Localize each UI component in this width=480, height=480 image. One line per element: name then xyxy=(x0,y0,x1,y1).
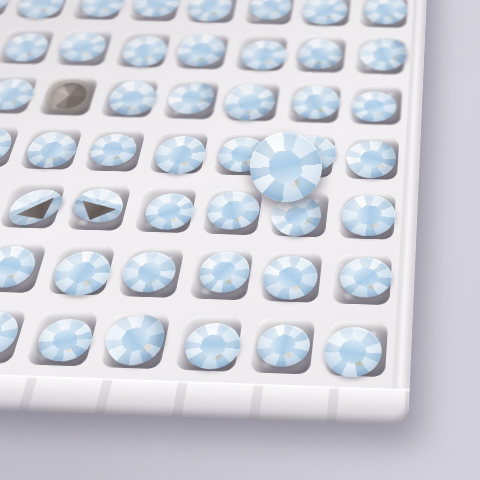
tray-cell xyxy=(26,311,99,367)
rhinestone xyxy=(169,30,233,72)
rhinestone xyxy=(260,255,320,300)
rhinestone xyxy=(141,192,196,230)
tray-cell xyxy=(0,242,47,293)
rhinestone xyxy=(0,33,52,62)
rhinestone xyxy=(195,250,252,293)
tray-cell xyxy=(0,0,15,17)
tray-cell xyxy=(162,80,220,119)
tray-cell xyxy=(84,129,146,172)
rhinestone xyxy=(338,256,393,297)
tray-cell xyxy=(115,31,172,67)
rhinestone xyxy=(77,0,127,17)
tray-cell xyxy=(0,125,20,167)
tray-cell xyxy=(47,245,116,296)
tray-cell xyxy=(129,0,183,22)
rhinestone xyxy=(0,245,40,288)
tray-cell xyxy=(100,313,171,369)
rhinestone xyxy=(48,250,115,296)
tray-cell xyxy=(134,187,197,234)
rhinestone xyxy=(0,0,14,13)
tray-cell xyxy=(350,85,402,125)
rhinestone xyxy=(99,75,166,122)
rhinestone xyxy=(3,182,68,231)
rhinestone xyxy=(352,32,416,76)
rhinestone xyxy=(67,184,131,226)
rhinestone xyxy=(254,323,311,367)
rhinestone xyxy=(151,135,209,174)
tray-grid xyxy=(0,0,416,389)
tray-cell xyxy=(149,131,209,174)
rhinestone xyxy=(0,309,24,357)
tray-cell xyxy=(186,0,239,23)
rhinestone xyxy=(0,78,38,110)
tray-cell xyxy=(71,0,127,20)
photo-scene xyxy=(0,0,480,480)
tray-cell xyxy=(360,0,408,28)
rhinestone xyxy=(55,31,110,62)
rhinestone xyxy=(340,194,397,237)
rhinestone xyxy=(342,136,402,182)
tray-cell xyxy=(118,247,185,298)
rhinestone xyxy=(350,91,397,122)
tray-cell xyxy=(302,0,352,26)
tray-cell xyxy=(332,254,392,305)
tray-cell xyxy=(100,78,159,117)
rhinestone xyxy=(238,40,288,71)
tray-cell xyxy=(295,36,347,73)
tray-cell xyxy=(202,189,263,236)
rhinestone xyxy=(162,76,222,120)
tray-cell xyxy=(0,28,55,64)
tray-cell xyxy=(0,182,66,228)
rhinestone xyxy=(14,0,69,19)
tray-cell xyxy=(55,30,113,66)
tray-cell xyxy=(339,193,396,240)
rhinestone xyxy=(300,0,349,25)
tray-cell xyxy=(287,84,341,124)
tray-cell xyxy=(189,249,254,300)
rhinestone xyxy=(181,322,244,370)
rhinestone xyxy=(290,34,350,75)
rhinestone xyxy=(118,251,179,293)
tray-cell xyxy=(175,316,243,372)
rhinestone xyxy=(363,0,408,25)
rhinestone xyxy=(216,80,282,126)
rhinestone xyxy=(185,0,235,22)
tray-cell xyxy=(355,38,405,75)
tray-cell xyxy=(345,137,400,180)
rhinestone xyxy=(0,126,17,165)
tray-cell xyxy=(325,321,388,378)
tray-cell xyxy=(0,75,39,114)
tray-cell xyxy=(0,308,27,364)
rhinestone xyxy=(99,306,172,372)
rhinestone xyxy=(248,0,294,20)
tray-cell xyxy=(225,82,281,121)
rhinestone xyxy=(18,128,85,174)
tray-cell xyxy=(260,251,322,302)
rhinestone xyxy=(322,326,383,378)
rhinestone xyxy=(204,191,262,231)
rhinestone xyxy=(86,133,140,166)
tray-cell xyxy=(14,0,71,18)
rhinestone xyxy=(290,85,341,119)
tray-cell xyxy=(244,0,295,25)
empty-tray-cell xyxy=(38,77,99,116)
tray-cell xyxy=(250,318,316,374)
tray-cell xyxy=(235,35,288,71)
tray-cell xyxy=(66,184,131,230)
tray-cell xyxy=(19,127,83,169)
rhinestone xyxy=(118,35,170,66)
empty-socket-cone xyxy=(46,82,90,109)
tray-cell xyxy=(175,33,230,69)
loose-rhinestone xyxy=(250,132,322,202)
storage-tray xyxy=(0,0,429,425)
rhinestone xyxy=(130,0,183,18)
rhinestone xyxy=(33,318,97,362)
